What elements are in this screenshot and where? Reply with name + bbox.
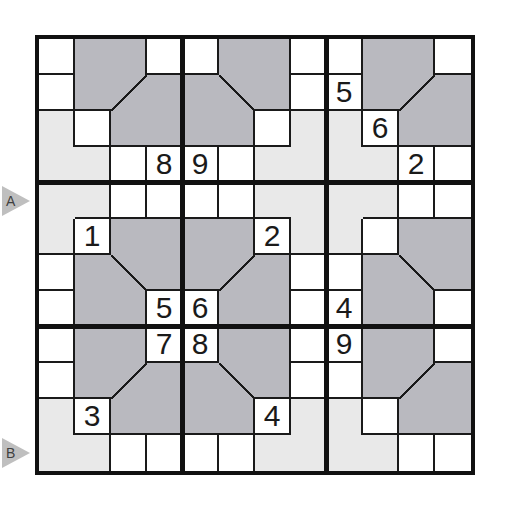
cell-r7c4[interactable] [147,255,183,291]
cell-r12c1[interactable] [39,435,75,471]
cell-r5c11[interactable] [399,183,435,219]
cell-r12c5[interactable] [183,435,219,471]
given-digit: 6 [372,113,389,143]
cell-r12c9[interactable] [327,435,363,471]
bold-line-horizontal-2 [39,324,471,329]
bold-line-vertical-2 [324,39,329,471]
given-digit: 9 [336,329,353,359]
cell-r6c8[interactable] [291,219,327,255]
cell-r8c2[interactable] [75,291,111,327]
cell-r3c1[interactable] [39,111,75,147]
cell-r5c3[interactable] [111,183,147,219]
cell-r4c3[interactable] [111,147,147,183]
cell-r6c9[interactable] [327,219,363,255]
cell-r6c7: 2 [255,219,291,255]
cell-r4c4: 8 [147,147,183,183]
cell-r11c8[interactable] [291,399,327,435]
cell-r1c6[interactable] [219,39,255,75]
cell-r1c3[interactable] [111,39,147,75]
arrow-label-a: A [6,194,15,208]
cell-r6c2: 1 [75,219,111,255]
cell-r1c9[interactable] [327,39,363,75]
cell-r6c3[interactable] [111,219,147,255]
cell-r5c4[interactable] [147,183,183,219]
arrow-label-b: B [6,446,15,460]
given-digit: 9 [192,149,209,179]
cell-r5c5[interactable] [183,183,219,219]
cell-r9c4: 7 [147,327,183,363]
cell-r2c7[interactable] [255,75,291,111]
cell-r5c9[interactable] [327,183,363,219]
cell-r8c12[interactable] [435,291,471,327]
cell-r12c6[interactable] [219,435,255,471]
cell-r10c9[interactable] [327,363,363,399]
cell-r4c11: 2 [399,147,435,183]
cell-r9c8[interactable] [291,327,327,363]
cell-r4c6[interactable] [219,147,255,183]
given-digit: 7 [156,329,173,359]
cell-r4c7[interactable] [255,147,291,183]
cell-r7c10[interactable] [363,255,399,291]
cell-r1c10[interactable] [363,39,399,75]
cell-r11c7: 4 [255,399,291,435]
cell-r4c2[interactable] [75,147,111,183]
cell-r11c12[interactable] [435,399,471,435]
cell-r7c7[interactable] [255,255,291,291]
cell-r5c12[interactable] [435,183,471,219]
given-digit: 6 [192,293,209,323]
cell-r7c3[interactable] [111,255,147,291]
cell-r6c12[interactable] [435,219,471,255]
cell-r2c10[interactable] [363,75,399,111]
cell-r10c11[interactable] [399,363,435,399]
cell-r3c12[interactable] [435,111,471,147]
cell-r4c10[interactable] [363,147,399,183]
cell-r12c3[interactable] [111,435,147,471]
bold-line-horizontal-1 [39,180,471,185]
cell-r9c12[interactable] [435,327,471,363]
cell-r1c4[interactable] [147,39,183,75]
given-digit: 5 [336,77,353,107]
cell-r12c12[interactable] [435,435,471,471]
cell-r6c11[interactable] [399,219,435,255]
cell-r5c10[interactable] [363,183,399,219]
cell-r8c7[interactable] [255,291,291,327]
cell-r3c4[interactable] [147,111,183,147]
cell-r2c2[interactable] [75,75,111,111]
cell-r11c10[interactable] [363,399,399,435]
cell-r9c5: 8 [183,327,219,363]
cell-r11c1[interactable] [39,399,75,435]
given-digit: 1 [84,221,101,251]
cell-r6c6[interactable] [219,219,255,255]
given-digit: 3 [84,401,101,431]
cell-r11c6[interactable] [219,399,255,435]
cell-r10c12[interactable] [435,363,471,399]
cell-r11c9[interactable] [327,399,363,435]
cell-r2c4[interactable] [147,75,183,111]
cell-r2c9: 5 [327,75,363,111]
cell-r10c5[interactable] [183,363,219,399]
cell-r9c11[interactable] [399,327,435,363]
cell-r9c9: 9 [327,327,363,363]
cell-r10c10[interactable] [363,363,399,399]
cell-r3c8[interactable] [291,111,327,147]
cell-r2c1[interactable] [39,75,75,111]
cell-r9c3[interactable] [111,327,147,363]
cell-r3c7[interactable] [255,111,291,147]
cell-r11c5[interactable] [183,399,219,435]
cell-r10c8[interactable] [291,363,327,399]
bold-line-vertical-1 [180,39,185,471]
cell-r8c5: 6 [183,291,219,327]
given-digit: 4 [336,293,353,323]
cell-r8c3[interactable] [111,291,147,327]
puzzle-cells: 568921256478934 [39,39,471,471]
given-digit: 2 [264,221,281,251]
cell-r1c2[interactable] [75,39,111,75]
cell-r11c11[interactable] [399,399,435,435]
cell-r1c12[interactable] [435,39,471,75]
cell-r9c10[interactable] [363,327,399,363]
cell-r6c5[interactable] [183,219,219,255]
cell-r2c8[interactable] [291,75,327,111]
cell-r10c7[interactable] [255,363,291,399]
cell-r5c1[interactable] [39,183,75,219]
cell-r1c1[interactable] [39,39,75,75]
cell-r12c10[interactable] [363,435,399,471]
cell-r5c7[interactable] [255,183,291,219]
answer-arrow-b: B [2,438,30,468]
cell-r1c11[interactable] [399,39,435,75]
cell-r9c1[interactable] [39,327,75,363]
cell-r4c5: 9 [183,147,219,183]
cell-r3c5[interactable] [183,111,219,147]
cell-r6c10[interactable] [363,219,399,255]
cell-r2c6[interactable] [219,75,255,111]
cell-r12c7[interactable] [255,435,291,471]
cell-r8c6[interactable] [219,291,255,327]
cell-r6c4[interactable] [147,219,183,255]
cell-r12c2[interactable] [75,435,111,471]
cell-r7c9[interactable] [327,255,363,291]
given-digit: 8 [156,149,173,179]
cell-r10c2[interactable] [75,363,111,399]
cell-r6c1[interactable] [39,219,75,255]
given-digit: 5 [156,293,173,323]
cell-r12c4[interactable] [147,435,183,471]
cell-r3c6[interactable] [219,111,255,147]
cell-r10c4[interactable] [147,363,183,399]
cell-r11c4[interactable] [147,399,183,435]
cell-r1c5[interactable] [183,39,219,75]
cell-r7c11[interactable] [399,255,435,291]
cell-r2c12[interactable] [435,75,471,111]
cell-r3c9[interactable] [327,111,363,147]
cell-r11c3[interactable] [111,399,147,435]
cell-r4c12[interactable] [435,147,471,183]
cell-r2c3[interactable] [111,75,147,111]
cell-r10c1[interactable] [39,363,75,399]
cell-r7c2[interactable] [75,255,111,291]
cell-r5c6[interactable] [219,183,255,219]
cell-r5c2[interactable] [75,183,111,219]
cell-r8c9: 4 [327,291,363,327]
cell-r1c8[interactable] [291,39,327,75]
cell-r5c8[interactable] [291,183,327,219]
cell-r8c8[interactable] [291,291,327,327]
cell-r9c6[interactable] [219,327,255,363]
cell-r3c3[interactable] [111,111,147,147]
cell-r3c10: 6 [363,111,399,147]
cell-r12c8[interactable] [291,435,327,471]
cell-r3c11[interactable] [399,111,435,147]
cell-r12c11[interactable] [399,435,435,471]
cell-r2c5[interactable] [183,75,219,111]
cell-r7c12[interactable] [435,255,471,291]
cell-r8c4: 5 [147,291,183,327]
cell-r8c10[interactable] [363,291,399,327]
cell-r7c6[interactable] [219,255,255,291]
cell-r8c1[interactable] [39,291,75,327]
given-digit: 2 [408,149,425,179]
cell-r4c9[interactable] [327,147,363,183]
cell-r8c11[interactable] [399,291,435,327]
answer-arrow-a: A [2,186,30,216]
cell-r9c7[interactable] [255,327,291,363]
cell-r3c2[interactable] [75,111,111,147]
given-digit: 4 [264,401,281,431]
cell-r7c5[interactable] [183,255,219,291]
cell-r10c3[interactable] [111,363,147,399]
given-digit: 8 [192,329,209,359]
puzzle-grid: 568921256478934 [35,35,475,475]
cell-r4c1[interactable] [39,147,75,183]
cell-r7c8[interactable] [291,255,327,291]
cell-r10c6[interactable] [219,363,255,399]
cell-r2c11[interactable] [399,75,435,111]
cell-r7c1[interactable] [39,255,75,291]
cell-r9c2[interactable] [75,327,111,363]
cell-r11c2: 3 [75,399,111,435]
cell-r4c8[interactable] [291,147,327,183]
cell-r1c7[interactable] [255,39,291,75]
